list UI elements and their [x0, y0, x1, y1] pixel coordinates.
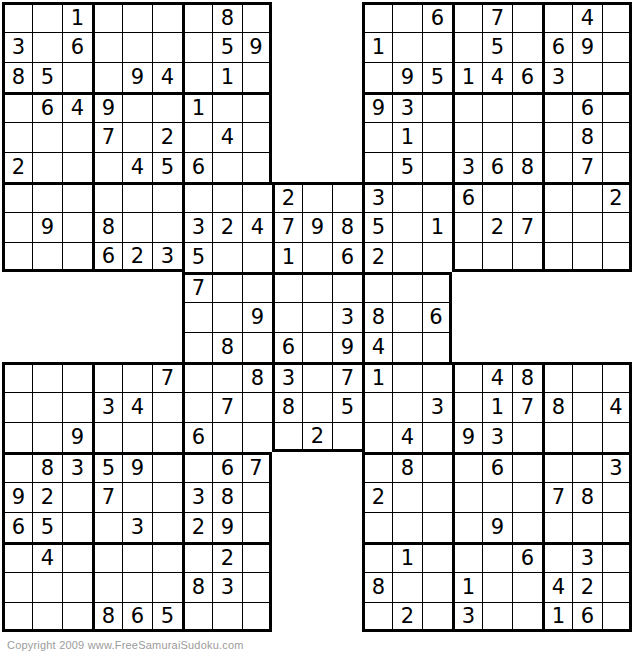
- cell-r6c13[interactable]: [362, 152, 392, 182]
- cell-r17c16[interactable]: [452, 482, 482, 512]
- cell-r9c18[interactable]: [512, 242, 542, 272]
- cell-r13c19[interactable]: [542, 362, 572, 392]
- cell-r8c5[interactable]: [122, 212, 152, 242]
- cell-r21c2[interactable]: [32, 602, 62, 632]
- cell-r11c7[interactable]: [182, 302, 212, 332]
- cell-r3c5: 9: [122, 62, 152, 92]
- cell-r21c1[interactable]: [2, 602, 32, 632]
- cell-r2c6[interactable]: [152, 32, 182, 62]
- cell-r10c8[interactable]: [212, 272, 242, 302]
- cell-r14c3[interactable]: [62, 392, 92, 422]
- cell-r20c20: 2: [572, 572, 602, 602]
- cell-r13c10: 3: [272, 362, 302, 392]
- cell-r5c2[interactable]: [32, 122, 62, 152]
- cell-r15c1[interactable]: [2, 422, 32, 452]
- cell-r21c13[interactable]: [362, 602, 392, 632]
- cell-r4c21[interactable]: [602, 92, 632, 122]
- cell-r18c8: 9: [212, 512, 242, 542]
- cell-r7c3[interactable]: [62, 182, 92, 212]
- cell-r6c1: 2: [2, 152, 32, 182]
- cell-r6c19[interactable]: [542, 152, 572, 182]
- cell-r7c20[interactable]: [572, 182, 602, 212]
- cell-r1c3: 1: [62, 2, 92, 32]
- cell-r5c20: 8: [572, 122, 602, 152]
- cell-r13c18: 8: [512, 362, 542, 392]
- cell-r12c15[interactable]: [422, 332, 452, 362]
- cell-r16c13[interactable]: [362, 452, 392, 482]
- cell-r14c9[interactable]: [242, 392, 272, 422]
- cell-r4c8[interactable]: [212, 92, 242, 122]
- cell-r5c7[interactable]: [182, 122, 212, 152]
- cell-r8c14[interactable]: [392, 212, 422, 242]
- cell-r19c20: 3: [572, 542, 602, 572]
- cell-r16c7[interactable]: [182, 452, 212, 482]
- cell-r14c16[interactable]: [452, 392, 482, 422]
- cell-r8c19[interactable]: [542, 212, 572, 242]
- cell-r9c11[interactable]: [302, 242, 332, 272]
- cell-r1c2[interactable]: [32, 2, 62, 32]
- cell-r2c5[interactable]: [122, 32, 152, 62]
- cell-r1c18[interactable]: [512, 2, 542, 32]
- cell-r21c15[interactable]: [422, 602, 452, 632]
- cell-r8c21[interactable]: [602, 212, 632, 242]
- cell-r5c17[interactable]: [482, 122, 512, 152]
- cell-r13c16[interactable]: [452, 362, 482, 392]
- cell-r1c13[interactable]: [362, 2, 392, 32]
- cell-r15c5[interactable]: [122, 422, 152, 452]
- cell-r6c6: 5: [152, 152, 182, 182]
- cell-r7c14[interactable]: [392, 182, 422, 212]
- cell-r2c21[interactable]: [602, 32, 632, 62]
- cell-r17c17[interactable]: [482, 482, 512, 512]
- cell-r1c5[interactable]: [122, 2, 152, 32]
- cell-r1c19[interactable]: [542, 2, 572, 32]
- cell-r19c16[interactable]: [452, 542, 482, 572]
- cell-r4c1[interactable]: [2, 92, 32, 122]
- cell-r13c11[interactable]: [302, 362, 332, 392]
- cell-r5c14: 1: [392, 122, 422, 152]
- cell-r5c1[interactable]: [2, 122, 32, 152]
- cell-r6c8[interactable]: [212, 152, 242, 182]
- cell-r4c4: 9: [92, 92, 122, 122]
- cell-r17c9[interactable]: [242, 482, 272, 512]
- cell-r15c9[interactable]: [242, 422, 272, 452]
- cell-r13c15[interactable]: [422, 362, 452, 392]
- cell-r13c21[interactable]: [602, 362, 632, 392]
- cell-r5c16[interactable]: [452, 122, 482, 152]
- cell-r20c1[interactable]: [2, 572, 32, 602]
- cell-r9c2[interactable]: [32, 242, 62, 272]
- cell-r9c12: 6: [332, 242, 362, 272]
- cell-r19c1[interactable]: [2, 542, 32, 572]
- cell-r7c2[interactable]: [32, 182, 62, 212]
- cell-r7c1[interactable]: [2, 182, 32, 212]
- cell-r21c17[interactable]: [482, 602, 512, 632]
- cell-r2c15[interactable]: [422, 32, 452, 62]
- cell-r19c9[interactable]: [242, 542, 272, 572]
- cell-r6c15[interactable]: [422, 152, 452, 182]
- cell-r4c19[interactable]: [542, 92, 572, 122]
- cell-r14c17: 1: [482, 392, 512, 422]
- cell-r1c21[interactable]: [602, 2, 632, 32]
- cell-r11c8[interactable]: [212, 302, 242, 332]
- cell-r9c20[interactable]: [572, 242, 602, 272]
- cell-r14c7[interactable]: [182, 392, 212, 422]
- cell-r18c13[interactable]: [362, 512, 392, 542]
- cell-r5c8: 4: [212, 122, 242, 152]
- cell-r21c18[interactable]: [512, 602, 542, 632]
- cell-r7c10: 2: [272, 182, 302, 212]
- cell-r14c2[interactable]: [32, 392, 62, 422]
- cell-r6c9[interactable]: [242, 152, 272, 182]
- cell-r5c19[interactable]: [542, 122, 572, 152]
- cell-r8c1[interactable]: [2, 212, 32, 242]
- cell-r4c2: 6: [32, 92, 62, 122]
- cell-r10c14[interactable]: [392, 272, 422, 302]
- cell-r2c8: 5: [212, 32, 242, 62]
- cell-r18c19[interactable]: [542, 512, 572, 542]
- cell-r7c8[interactable]: [212, 182, 242, 212]
- cell-r5c13[interactable]: [362, 122, 392, 152]
- cell-r21c19: 1: [542, 602, 572, 632]
- cell-r19c7[interactable]: [182, 542, 212, 572]
- cell-r8c13: 5: [362, 212, 392, 242]
- cell-r20c18[interactable]: [512, 572, 542, 602]
- cell-r2c2[interactable]: [32, 32, 62, 62]
- cell-r17c7: 3: [182, 482, 212, 512]
- cell-r19c8: 2: [212, 542, 242, 572]
- cell-r9c14[interactable]: [392, 242, 422, 272]
- cell-r13c20[interactable]: [572, 362, 602, 392]
- cell-r7c4[interactable]: [92, 182, 122, 212]
- cell-r2c16[interactable]: [452, 32, 482, 62]
- cell-r5c9[interactable]: [242, 122, 272, 152]
- cell-r1c6[interactable]: [152, 2, 182, 32]
- cell-r15c19[interactable]: [542, 422, 572, 452]
- cell-r11c10[interactable]: [272, 302, 302, 332]
- cell-r18c9[interactable]: [242, 512, 272, 542]
- cell-r6c18: 8: [512, 152, 542, 182]
- cell-r10c10[interactable]: [272, 272, 302, 302]
- cell-r20c21[interactable]: [602, 572, 632, 602]
- cell-r7c9[interactable]: [242, 182, 272, 212]
- cell-r16c6[interactable]: [152, 452, 182, 482]
- cell-r20c13: 8: [362, 572, 392, 602]
- cell-r17c14[interactable]: [392, 482, 422, 512]
- cell-r20c2[interactable]: [32, 572, 62, 602]
- cell-r13c5[interactable]: [122, 362, 152, 392]
- cell-r14c14[interactable]: [392, 392, 422, 422]
- cell-r9c7: 5: [182, 242, 212, 272]
- cell-r7c17[interactable]: [482, 182, 512, 212]
- cell-r6c4[interactable]: [92, 152, 122, 182]
- cell-r5c3[interactable]: [62, 122, 92, 152]
- cell-r8c7: 3: [182, 212, 212, 242]
- cell-r12c9[interactable]: [242, 332, 272, 362]
- cell-r7c11[interactable]: [302, 182, 332, 212]
- cell-r3c21[interactable]: [602, 62, 632, 92]
- cell-r20c5[interactable]: [122, 572, 152, 602]
- cell-r3c4[interactable]: [92, 62, 122, 92]
- cell-r5c5[interactable]: [122, 122, 152, 152]
- cell-r17c5[interactable]: [122, 482, 152, 512]
- cell-r2c9: 9: [242, 32, 272, 62]
- cell-r10c11[interactable]: [302, 272, 332, 302]
- cell-r17c6[interactable]: [152, 482, 182, 512]
- cell-r19c15[interactable]: [422, 542, 452, 572]
- cell-r1c9[interactable]: [242, 2, 272, 32]
- cell-r20c9[interactable]: [242, 572, 272, 602]
- cell-r9c4: 6: [92, 242, 122, 272]
- cell-r4c17[interactable]: [482, 92, 512, 122]
- cell-r2c18[interactable]: [512, 32, 542, 62]
- cell-r12c12: 9: [332, 332, 362, 362]
- cell-r20c14[interactable]: [392, 572, 422, 602]
- cell-r7c5[interactable]: [122, 182, 152, 212]
- cell-r18c14[interactable]: [392, 512, 422, 542]
- cell-r17c3[interactable]: [62, 482, 92, 512]
- cell-r2c7[interactable]: [182, 32, 212, 62]
- cell-r2c20: 9: [572, 32, 602, 62]
- cell-r13c14[interactable]: [392, 362, 422, 392]
- cell-r1c7[interactable]: [182, 2, 212, 32]
- cell-r3c2: 5: [32, 62, 62, 92]
- cell-r19c17[interactable]: [482, 542, 512, 572]
- cell-r1c20: 4: [572, 2, 602, 32]
- cell-r5c15[interactable]: [422, 122, 452, 152]
- cell-r20c4[interactable]: [92, 572, 122, 602]
- cell-r20c19: 4: [542, 572, 572, 602]
- cell-r17c8: 8: [212, 482, 242, 512]
- cell-r7c18[interactable]: [512, 182, 542, 212]
- cell-r14c11[interactable]: [302, 392, 332, 422]
- cell-r3c13[interactable]: [362, 62, 392, 92]
- cell-r3c3[interactable]: [62, 62, 92, 92]
- cell-r12c11[interactable]: [302, 332, 332, 362]
- cell-r14c20[interactable]: [572, 392, 602, 422]
- cell-r20c17[interactable]: [482, 572, 512, 602]
- cell-r10c12[interactable]: [332, 272, 362, 302]
- cell-r17c20: 8: [572, 482, 602, 512]
- cell-r7c16: 6: [452, 182, 482, 212]
- cell-r15c3: 9: [62, 422, 92, 452]
- cell-r9c9[interactable]: [242, 242, 272, 272]
- cell-r18c15[interactable]: [422, 512, 452, 542]
- cell-r19c5[interactable]: [122, 542, 152, 572]
- cell-r15c8[interactable]: [212, 422, 242, 452]
- cell-r17c18[interactable]: [512, 482, 542, 512]
- cell-r6c21[interactable]: [602, 152, 632, 182]
- cell-r15c10[interactable]: [272, 422, 302, 452]
- cell-r2c19: 6: [542, 32, 572, 62]
- cell-r3c16: 1: [452, 62, 482, 92]
- cell-r9c17[interactable]: [482, 242, 512, 272]
- cell-r19c19[interactable]: [542, 542, 572, 572]
- cell-r9c8[interactable]: [212, 242, 242, 272]
- cell-r1c1[interactable]: [2, 2, 32, 32]
- cell-r3c6: 4: [152, 62, 182, 92]
- cell-r8c8: 2: [212, 212, 242, 242]
- cell-r19c6[interactable]: [152, 542, 182, 572]
- cell-r20c8: 3: [212, 572, 242, 602]
- cell-r8c18: 7: [512, 212, 542, 242]
- cell-r16c4: 5: [92, 452, 122, 482]
- cell-r18c6[interactable]: [152, 512, 182, 542]
- cell-r15c14: 4: [392, 422, 422, 452]
- cell-r16c19[interactable]: [542, 452, 572, 482]
- cell-r20c6[interactable]: [152, 572, 182, 602]
- cell-r9c16[interactable]: [452, 242, 482, 272]
- cell-r1c4[interactable]: [92, 2, 122, 32]
- cell-r4c15[interactable]: [422, 92, 452, 122]
- cell-r1c15: 6: [422, 2, 452, 32]
- cell-r20c3[interactable]: [62, 572, 92, 602]
- cell-r21c7[interactable]: [182, 602, 212, 632]
- cell-r13c4[interactable]: [92, 362, 122, 392]
- cell-r14c1[interactable]: [2, 392, 32, 422]
- cell-r2c4[interactable]: [92, 32, 122, 62]
- cell-r14c13[interactable]: [362, 392, 392, 422]
- cell-r4c9[interactable]: [242, 92, 272, 122]
- cell-r13c3[interactable]: [62, 362, 92, 392]
- cell-r21c8[interactable]: [212, 602, 242, 632]
- cell-r16c20[interactable]: [572, 452, 602, 482]
- cell-r9c5: 2: [122, 242, 152, 272]
- cell-r3c9[interactable]: [242, 62, 272, 92]
- cell-r16c15[interactable]: [422, 452, 452, 482]
- cell-r21c20: 6: [572, 602, 602, 632]
- cell-r18c3[interactable]: [62, 512, 92, 542]
- cell-r6c7: 6: [182, 152, 212, 182]
- cell-r17c15[interactable]: [422, 482, 452, 512]
- cell-r11c14[interactable]: [392, 302, 422, 332]
- cell-r3c7[interactable]: [182, 62, 212, 92]
- cell-r21c4: 8: [92, 602, 122, 632]
- cell-r1c8: 8: [212, 2, 242, 32]
- cell-r13c1[interactable]: [2, 362, 32, 392]
- cell-r11c12: 3: [332, 302, 362, 332]
- cell-r16c18[interactable]: [512, 452, 542, 482]
- cell-r6c2[interactable]: [32, 152, 62, 182]
- cell-r3c20[interactable]: [572, 62, 602, 92]
- cell-r7c19[interactable]: [542, 182, 572, 212]
- cell-r9c19[interactable]: [542, 242, 572, 272]
- cell-r16c16[interactable]: [452, 452, 482, 482]
- cell-r13c17: 4: [482, 362, 512, 392]
- cell-r10c9[interactable]: [242, 272, 272, 302]
- cell-r9c3[interactable]: [62, 242, 92, 272]
- cell-r13c2[interactable]: [32, 362, 62, 392]
- cell-r7c15[interactable]: [422, 182, 452, 212]
- cell-r13c7[interactable]: [182, 362, 212, 392]
- cell-r19c14: 1: [392, 542, 422, 572]
- cell-r11c11[interactable]: [302, 302, 332, 332]
- cell-r9c15[interactable]: [422, 242, 452, 272]
- cell-r13c8[interactable]: [212, 362, 242, 392]
- cell-r10c15[interactable]: [422, 272, 452, 302]
- cell-r8c6[interactable]: [152, 212, 182, 242]
- cell-r19c21[interactable]: [602, 542, 632, 572]
- cell-r8c16[interactable]: [452, 212, 482, 242]
- cell-r14c6[interactable]: [152, 392, 182, 422]
- cell-r18c4[interactable]: [92, 512, 122, 542]
- cell-r8c20[interactable]: [572, 212, 602, 242]
- cell-r17c21[interactable]: [602, 482, 632, 512]
- cell-r13c6: 7: [152, 362, 182, 392]
- cell-r7c12[interactable]: [332, 182, 362, 212]
- cell-r11c15: 6: [422, 302, 452, 332]
- cell-r18c17: 9: [482, 512, 512, 542]
- cell-r8c2: 9: [32, 212, 62, 242]
- cell-r18c16[interactable]: [452, 512, 482, 542]
- cell-r6c5: 4: [122, 152, 152, 182]
- cell-r20c15[interactable]: [422, 572, 452, 602]
- cell-r1c14[interactable]: [392, 2, 422, 32]
- cell-r15c21[interactable]: [602, 422, 632, 452]
- cell-r3c8: 1: [212, 62, 242, 92]
- cell-r16c1[interactable]: [2, 452, 32, 482]
- cell-r15c2[interactable]: [32, 422, 62, 452]
- cell-r7c6[interactable]: [152, 182, 182, 212]
- cell-r9c21[interactable]: [602, 242, 632, 272]
- cell-r18c1: 6: [2, 512, 32, 542]
- cell-r4c16[interactable]: [452, 92, 482, 122]
- cell-r12c7[interactable]: [182, 332, 212, 362]
- cell-r12c14[interactable]: [392, 332, 422, 362]
- cell-r5c21[interactable]: [602, 122, 632, 152]
- cell-r15c4[interactable]: [92, 422, 122, 452]
- cell-r21c16: 3: [452, 602, 482, 632]
- cell-r1c16[interactable]: [452, 2, 482, 32]
- cell-r15c20[interactable]: [572, 422, 602, 452]
- cell-r15c12[interactable]: [332, 422, 362, 452]
- cell-r18c18[interactable]: [512, 512, 542, 542]
- cell-r15c18[interactable]: [512, 422, 542, 452]
- cell-r21c3[interactable]: [62, 602, 92, 632]
- cell-r4c3: 4: [62, 92, 92, 122]
- cell-r2c17: 5: [482, 32, 512, 62]
- cell-r15c6[interactable]: [152, 422, 182, 452]
- cell-r18c5: 3: [122, 512, 152, 542]
- cell-r19c13[interactable]: [362, 542, 392, 572]
- cell-r14c18: 7: [512, 392, 542, 422]
- cell-r4c5[interactable]: [122, 92, 152, 122]
- cell-r3c15: 5: [422, 62, 452, 92]
- cell-r19c3[interactable]: [62, 542, 92, 572]
- cell-r2c14[interactable]: [392, 32, 422, 62]
- cell-r6c16: 3: [452, 152, 482, 182]
- cell-r7c7[interactable]: [182, 182, 212, 212]
- cell-r18c20[interactable]: [572, 512, 602, 542]
- cell-r4c18[interactable]: [512, 92, 542, 122]
- cell-r15c15[interactable]: [422, 422, 452, 452]
- cell-r16c8: 6: [212, 452, 242, 482]
- cell-r6c3[interactable]: [62, 152, 92, 182]
- cell-r21c21[interactable]: [602, 602, 632, 632]
- cell-r8c3[interactable]: [62, 212, 92, 242]
- cell-r10c13[interactable]: [362, 272, 392, 302]
- cell-r21c9[interactable]: [242, 602, 272, 632]
- cell-r5c18[interactable]: [512, 122, 542, 152]
- cell-r17c2: 2: [32, 482, 62, 512]
- cell-r18c21[interactable]: [602, 512, 632, 542]
- cell-r19c4[interactable]: [92, 542, 122, 572]
- cell-r15c13[interactable]: [362, 422, 392, 452]
- cell-r9c1[interactable]: [2, 242, 32, 272]
- cell-r4c6[interactable]: [152, 92, 182, 122]
- samurai-sudoku-board: 1867436591569859419514636491936724182456…: [2, 2, 634, 634]
- cell-r14c8: 7: [212, 392, 242, 422]
